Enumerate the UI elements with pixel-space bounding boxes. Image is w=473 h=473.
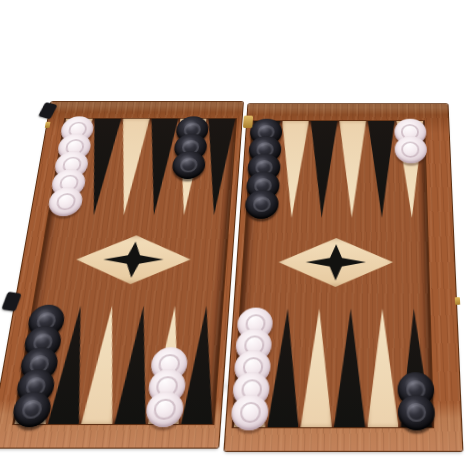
brass-pin-left [45, 122, 51, 128]
diamond-inlay-left [73, 235, 193, 284]
light-point-triangle [367, 309, 398, 428]
board-left-half [0, 102, 243, 448]
right-mid-panel [240, 218, 429, 309]
diamond-inlay-right [277, 238, 393, 287]
black-checker[interactable] [171, 151, 206, 179]
brass-pin-right [455, 297, 460, 305]
dark-point-triangle [334, 309, 366, 428]
light-point-triangle [301, 309, 334, 428]
black-checker[interactable] [11, 392, 53, 428]
checker-stack-point-1[interactable] [397, 372, 435, 430]
light-point-triangle [277, 121, 308, 218]
point-6[interactable] [233, 309, 272, 428]
point-23[interactable] [367, 121, 397, 218]
quadrant-bottom-left [13, 306, 222, 424]
point-24[interactable] [396, 121, 427, 218]
quadrant-bottom-right [233, 309, 433, 428]
white-checker[interactable] [394, 136, 427, 163]
point-2[interactable] [366, 309, 399, 428]
left-playing-field [13, 119, 236, 424]
photo-scene [0, 0, 473, 473]
left-mid-panel [33, 215, 229, 305]
point-19[interactable] [246, 121, 281, 218]
checker-stack-point-17[interactable] [171, 116, 209, 179]
point-1[interactable] [398, 309, 433, 428]
checker-stack-point-24[interactable] [394, 119, 427, 164]
checker-stack-point-8[interactable] [145, 347, 189, 427]
point-21[interactable] [307, 121, 339, 218]
backgammon-board [0, 102, 460, 401]
star-motif-left [101, 242, 166, 278]
checker-stack-point-19[interactable] [245, 119, 283, 219]
quadrant-top-right [246, 121, 427, 218]
white-checker[interactable] [47, 187, 85, 216]
quadrant-top-left [49, 119, 236, 216]
light-point-triangle [338, 121, 366, 218]
point-22[interactable] [337, 121, 367, 218]
black-checker[interactable] [245, 190, 280, 219]
white-checker[interactable] [231, 395, 270, 431]
black-checker[interactable] [397, 395, 435, 431]
dark-point-triangle [308, 121, 338, 218]
clasp-latch-top[interactable] [38, 102, 57, 119]
star-motif-right [305, 244, 366, 280]
right-playing-field [233, 121, 433, 427]
checker-stack-point-6[interactable] [231, 308, 274, 431]
clasp-latch-bottom[interactable] [1, 292, 21, 312]
brass-hinge [243, 116, 253, 128]
dark-point-triangle [368, 121, 396, 218]
point-4[interactable] [299, 309, 335, 428]
point-3[interactable] [333, 309, 367, 428]
board-right-half [225, 104, 463, 451]
